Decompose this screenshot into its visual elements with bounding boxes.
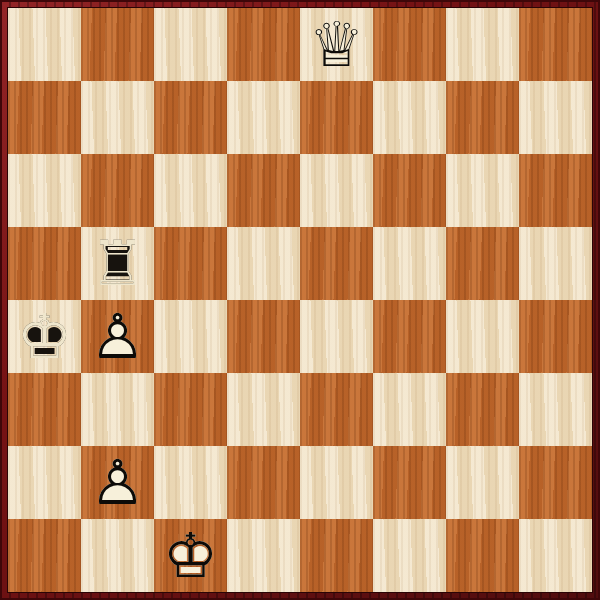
white-pawn[interactable]: ♟♙ [81,300,154,373]
square-g4[interactable] [446,300,519,373]
square-e6[interactable] [300,154,373,227]
black-rook-outline-glyph: ♖ [81,227,154,300]
square-f4[interactable] [373,300,446,373]
square-b5[interactable]: ♜♖ [81,227,154,300]
square-g6[interactable] [446,154,519,227]
square-f5[interactable] [373,227,446,300]
square-f3[interactable] [373,373,446,446]
square-b7[interactable] [81,81,154,154]
square-b3[interactable] [81,373,154,446]
square-h3[interactable] [519,373,592,446]
square-e7[interactable] [300,81,373,154]
square-d1[interactable] [227,519,300,592]
square-h8[interactable] [519,8,592,81]
white-king[interactable]: ♚♔ [154,519,227,592]
square-h6[interactable] [519,154,592,227]
square-g8[interactable] [446,8,519,81]
white-queen-outline-glyph: ♕ [300,8,373,81]
square-a7[interactable] [8,81,81,154]
square-e1[interactable] [300,519,373,592]
square-e8[interactable]: ♛♕ [300,8,373,81]
square-f1[interactable] [373,519,446,592]
square-a1[interactable] [8,519,81,592]
square-f6[interactable] [373,154,446,227]
square-e5[interactable] [300,227,373,300]
square-d3[interactable] [227,373,300,446]
square-c2[interactable] [154,446,227,519]
square-b2[interactable]: ♟♙ [81,446,154,519]
square-a2[interactable] [8,446,81,519]
square-d5[interactable] [227,227,300,300]
square-c8[interactable] [154,8,227,81]
square-c3[interactable] [154,373,227,446]
square-b6[interactable] [81,154,154,227]
square-d2[interactable] [227,446,300,519]
square-d6[interactable] [227,154,300,227]
black-king[interactable]: ♚♔ [8,300,81,373]
square-g2[interactable] [446,446,519,519]
square-e2[interactable] [300,446,373,519]
square-g3[interactable] [446,373,519,446]
chess-board: ♛♕♜♖♚♔♟♙♟♙♚♔ [8,8,592,592]
square-b4[interactable]: ♟♙ [81,300,154,373]
square-c7[interactable] [154,81,227,154]
chess-board-frame: ♛♕♜♖♚♔♟♙♟♙♚♔ [0,0,600,600]
square-d7[interactable] [227,81,300,154]
square-c1[interactable]: ♚♔ [154,519,227,592]
square-d4[interactable] [227,300,300,373]
square-h7[interactable] [519,81,592,154]
white-pawn[interactable]: ♟♙ [81,446,154,519]
square-a8[interactable] [8,8,81,81]
square-c6[interactable] [154,154,227,227]
square-e4[interactable] [300,300,373,373]
square-a4[interactable]: ♚♔ [8,300,81,373]
square-h4[interactable] [519,300,592,373]
square-f8[interactable] [373,8,446,81]
square-b1[interactable] [81,519,154,592]
black-king-outline-glyph: ♔ [8,300,81,373]
white-queen[interactable]: ♛♕ [300,8,373,81]
white-pawn-outline-glyph: ♙ [81,446,154,519]
square-b8[interactable] [81,8,154,81]
square-a6[interactable] [8,154,81,227]
black-rook[interactable]: ♜♖ [81,227,154,300]
square-g1[interactable] [446,519,519,592]
square-h2[interactable] [519,446,592,519]
square-h1[interactable] [519,519,592,592]
square-c4[interactable] [154,300,227,373]
white-pawn-outline-glyph: ♙ [81,300,154,373]
square-d8[interactable] [227,8,300,81]
square-g5[interactable] [446,227,519,300]
white-king-outline-glyph: ♔ [154,519,227,592]
square-f7[interactable] [373,81,446,154]
square-g7[interactable] [446,81,519,154]
square-a5[interactable] [8,227,81,300]
square-e3[interactable] [300,373,373,446]
square-a3[interactable] [8,373,81,446]
square-f2[interactable] [373,446,446,519]
square-c5[interactable] [154,227,227,300]
square-h5[interactable] [519,227,592,300]
